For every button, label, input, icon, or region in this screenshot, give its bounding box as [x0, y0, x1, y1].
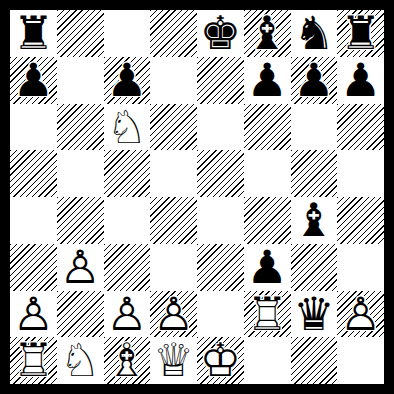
white-pawn-icon: ♙	[104, 291, 151, 338]
square-b3[interactable]: ♟♙	[57, 244, 104, 291]
white-rook-icon: ♖	[10, 337, 57, 384]
square-a5[interactable]	[10, 150, 57, 197]
square-e4[interactable]	[197, 197, 244, 244]
black-bishop-icon: ♝	[244, 10, 291, 57]
white-pawn-backing: ♟	[337, 291, 384, 338]
piece-white-king[interactable]: ♚♔	[197, 337, 244, 384]
square-c5[interactable]	[104, 150, 151, 197]
piece-white-pawn[interactable]: ♟♙	[104, 291, 151, 338]
square-g8[interactable]: ♞♞	[291, 10, 338, 57]
square-b7[interactable]	[57, 57, 104, 104]
piece-white-knight[interactable]: ♞♘	[104, 104, 151, 151]
square-f5[interactable]	[244, 150, 291, 197]
square-f6[interactable]	[244, 104, 291, 151]
black-bishop-icon: ♝	[291, 197, 338, 244]
square-a6[interactable]	[10, 104, 57, 151]
square-h2[interactable]: ♟♙	[337, 291, 384, 338]
black-bishop-backing: ♝	[244, 10, 291, 57]
square-c1[interactable]: ♝♗	[104, 337, 151, 384]
white-queen-backing: ♛	[150, 337, 197, 384]
square-e5[interactable]	[197, 150, 244, 197]
white-knight-backing: ♞	[57, 337, 104, 384]
white-pawn-icon: ♙	[150, 291, 197, 338]
square-c3[interactable]	[104, 244, 151, 291]
square-h4[interactable]	[337, 197, 384, 244]
square-f2[interactable]: ♜♖	[244, 291, 291, 338]
black-pawn-backing: ♟	[244, 244, 291, 291]
square-h6[interactable]	[337, 104, 384, 151]
black-pawn-backing: ♟	[291, 57, 338, 104]
white-king-backing: ♚	[197, 337, 244, 384]
square-d1[interactable]: ♛♕	[150, 337, 197, 384]
piece-black-pawn[interactable]: ♟♟	[291, 57, 338, 104]
square-d5[interactable]	[150, 150, 197, 197]
black-rook-icon: ♜	[337, 10, 384, 57]
white-bishop-backing: ♝	[104, 337, 151, 384]
black-bishop-backing: ♝	[291, 197, 338, 244]
piece-white-queen[interactable]: ♛♕	[150, 337, 197, 384]
square-a2[interactable]: ♟♙	[10, 291, 57, 338]
square-g5[interactable]	[291, 150, 338, 197]
square-e8[interactable]: ♚♚	[197, 10, 244, 57]
piece-white-pawn[interactable]: ♟♙	[57, 244, 104, 291]
square-f3[interactable]: ♟♟	[244, 244, 291, 291]
square-h8[interactable]: ♜♜	[337, 10, 384, 57]
white-pawn-backing: ♟	[10, 291, 57, 338]
square-c4[interactable]	[104, 197, 151, 244]
square-c7[interactable]: ♟♟	[104, 57, 151, 104]
square-a1[interactable]: ♜♖	[10, 337, 57, 384]
black-pawn-backing: ♟	[337, 57, 384, 104]
white-queen-icon: ♕	[150, 337, 197, 384]
white-knight-icon: ♘	[57, 337, 104, 384]
square-f7[interactable]: ♟♟	[244, 57, 291, 104]
square-f4[interactable]	[244, 197, 291, 244]
chess-board: ♜♜♚♚♝♝♞♞♜♜♟♟♟♟♟♟♟♟♟♟♞♘♝♝♟♙♟♟♟♙♟♙♟♙♜♖♛♛♟♙…	[10, 10, 384, 384]
piece-black-queen[interactable]: ♛♛	[291, 291, 338, 338]
square-h3[interactable]	[337, 244, 384, 291]
white-bishop-icon: ♗	[104, 337, 151, 384]
black-rook-icon: ♜	[10, 10, 57, 57]
piece-black-bishop[interactable]: ♝♝	[244, 10, 291, 57]
piece-black-king[interactable]: ♚♚	[197, 10, 244, 57]
piece-black-rook[interactable]: ♜♜	[10, 10, 57, 57]
black-pawn-backing: ♟	[10, 57, 57, 104]
white-pawn-icon: ♙	[10, 291, 57, 338]
square-b1[interactable]: ♞♘	[57, 337, 104, 384]
piece-white-bishop[interactable]: ♝♗	[104, 337, 151, 384]
square-h5[interactable]	[337, 150, 384, 197]
black-knight-backing: ♞	[291, 10, 338, 57]
black-knight-icon: ♞	[291, 10, 338, 57]
piece-white-rook[interactable]: ♜♖	[10, 337, 57, 384]
piece-black-pawn[interactable]: ♟♟	[104, 57, 151, 104]
white-knight-backing: ♞	[104, 104, 151, 151]
black-pawn-icon: ♟	[244, 244, 291, 291]
black-king-icon: ♚	[197, 10, 244, 57]
black-pawn-icon: ♟	[337, 57, 384, 104]
square-g2[interactable]: ♛♛	[291, 291, 338, 338]
white-pawn-backing: ♟	[104, 291, 151, 338]
black-pawn-icon: ♟	[104, 57, 151, 104]
square-h1[interactable]	[337, 337, 384, 384]
piece-white-rook[interactable]: ♜♖	[244, 291, 291, 338]
white-pawn-icon: ♙	[57, 244, 104, 291]
square-d6[interactable]	[150, 104, 197, 151]
black-pawn-icon: ♟	[244, 57, 291, 104]
white-rook-icon: ♖	[244, 291, 291, 338]
square-g1[interactable]	[291, 337, 338, 384]
square-e6[interactable]	[197, 104, 244, 151]
square-a3[interactable]	[10, 244, 57, 291]
black-rook-backing: ♜	[337, 10, 384, 57]
white-pawn-backing: ♟	[150, 291, 197, 338]
square-a4[interactable]	[10, 197, 57, 244]
piece-black-rook[interactable]: ♜♜	[337, 10, 384, 57]
piece-white-pawn[interactable]: ♟♙	[337, 291, 384, 338]
square-b5[interactable]	[57, 150, 104, 197]
black-pawn-icon: ♟	[291, 57, 338, 104]
square-e3[interactable]	[197, 244, 244, 291]
square-d8[interactable]	[150, 10, 197, 57]
square-b8[interactable]	[57, 10, 104, 57]
white-rook-backing: ♜	[244, 291, 291, 338]
square-g4[interactable]: ♝♝	[291, 197, 338, 244]
square-c2[interactable]: ♟♙	[104, 291, 151, 338]
black-king-backing: ♚	[197, 10, 244, 57]
white-pawn-icon: ♙	[337, 291, 384, 338]
square-f1[interactable]	[244, 337, 291, 384]
piece-black-pawn[interactable]: ♟♟	[244, 57, 291, 104]
square-h7[interactable]: ♟♟	[337, 57, 384, 104]
piece-white-pawn[interactable]: ♟♙	[150, 291, 197, 338]
square-e7[interactable]	[197, 57, 244, 104]
piece-white-knight[interactable]: ♞♘	[57, 337, 104, 384]
square-b4[interactable]	[57, 197, 104, 244]
square-g7[interactable]: ♟♟	[291, 57, 338, 104]
piece-black-pawn[interactable]: ♟♟	[244, 244, 291, 291]
piece-white-pawn[interactable]: ♟♙	[10, 291, 57, 338]
square-b2[interactable]	[57, 291, 104, 338]
white-king-icon: ♔	[197, 337, 244, 384]
chess-board-frame: ♜♜♚♚♝♝♞♞♜♜♟♟♟♟♟♟♟♟♟♟♞♘♝♝♟♙♟♟♟♙♟♙♟♙♜♖♛♛♟♙…	[0, 0, 394, 394]
black-pawn-backing: ♟	[104, 57, 151, 104]
square-b6[interactable]	[57, 104, 104, 151]
black-pawn-icon: ♟	[10, 57, 57, 104]
black-queen-icon: ♛	[291, 291, 338, 338]
white-pawn-backing: ♟	[57, 244, 104, 291]
square-d4[interactable]	[150, 197, 197, 244]
square-d2[interactable]: ♟♙	[150, 291, 197, 338]
white-knight-icon: ♘	[104, 104, 151, 151]
piece-black-pawn[interactable]: ♟♟	[10, 57, 57, 104]
square-c8[interactable]	[104, 10, 151, 57]
white-rook-backing: ♜	[10, 337, 57, 384]
black-rook-backing: ♜	[10, 10, 57, 57]
square-a8[interactable]: ♜♜	[10, 10, 57, 57]
square-g3[interactable]	[291, 244, 338, 291]
square-e2[interactable]	[197, 291, 244, 338]
square-e1[interactable]: ♚♔	[197, 337, 244, 384]
square-f8[interactable]: ♝♝	[244, 10, 291, 57]
square-d7[interactable]	[150, 57, 197, 104]
square-g6[interactable]	[291, 104, 338, 151]
black-pawn-backing: ♟	[244, 57, 291, 104]
piece-black-bishop[interactable]: ♝♝	[291, 197, 338, 244]
black-queen-backing: ♛	[291, 291, 338, 338]
square-c6[interactable]: ♞♘	[104, 104, 151, 151]
square-d3[interactable]	[150, 244, 197, 291]
piece-black-pawn[interactable]: ♟♟	[337, 57, 384, 104]
piece-black-knight[interactable]: ♞♞	[291, 10, 338, 57]
square-a7[interactable]: ♟♟	[10, 57, 57, 104]
